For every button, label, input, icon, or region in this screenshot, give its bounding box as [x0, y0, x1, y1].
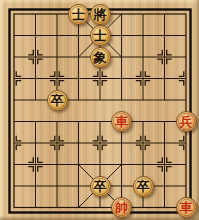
black-elephant-piece[interactable]: 象: [90, 47, 111, 68]
piece-layer: 士將士象卒車兵卒卒帥車: [3, 3, 197, 218]
red-chariot-1-piece[interactable]: 車: [111, 111, 132, 132]
black-soldier-3-piece[interactable]: 卒: [133, 176, 154, 197]
red-soldier-piece[interactable]: 兵: [176, 111, 197, 132]
red-chariot-2-piece[interactable]: 車: [176, 197, 197, 218]
black-advisor-1-piece[interactable]: 士: [68, 4, 89, 25]
red-general-piece[interactable]: 帥: [111, 197, 132, 218]
black-general-piece[interactable]: 將: [90, 4, 111, 25]
black-advisor-2-piece[interactable]: 士: [90, 25, 111, 46]
black-soldier-1-piece[interactable]: 卒: [47, 90, 68, 111]
xiangqi-board: 士將士象卒車兵卒卒帥車: [0, 0, 199, 220]
black-soldier-2-piece[interactable]: 卒: [90, 176, 111, 197]
